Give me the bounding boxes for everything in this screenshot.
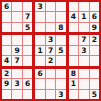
cell-r5c3-empty[interactable] [23,46,32,55]
cell-r3c2-empty[interactable] [12,23,21,32]
cell-r7c3-empty[interactable] [23,69,32,78]
cell-r6c7-empty[interactable] [69,56,78,65]
cell-r1c3-empty[interactable] [23,2,32,11]
cell-r2c5-empty[interactable] [46,12,55,21]
cell-r9c6-given: 3 [56,90,65,99]
cell-r1c1-given: 6 [2,2,11,11]
cell-r8c8-empty[interactable] [79,79,88,88]
cell-r9c1-empty[interactable] [2,90,11,99]
cell-r8c4-empty[interactable] [35,79,44,88]
cell-r7c7-given: 8 [69,69,78,78]
cell-r3c4-empty[interactable] [35,23,44,32]
cell-r8c1-given: 9 [2,79,11,88]
cell-r6c3-empty[interactable] [23,56,32,65]
cell-r9c4-empty[interactable] [35,90,44,99]
cell-r3c9-given: 9 [90,23,99,32]
cell-r3c3-given: 5 [23,23,32,32]
cell-r2c7-given: 4 [69,12,78,21]
cell-r5c4-given: 1 [35,46,44,55]
cell-r9c7-empty[interactable] [69,90,78,99]
cell-r5c2-given: 9 [12,46,21,55]
box-2-0: 2936 [2,69,32,99]
cell-r3c8-empty[interactable] [79,23,88,32]
cell-r1c6-empty[interactable] [56,2,65,11]
cell-r6c1-given: 4 [2,56,11,65]
cell-r5c8-given: 3 [79,46,88,55]
cell-r3c7-empty[interactable] [69,23,78,32]
cell-r7c8-empty[interactable] [79,69,88,78]
cell-r7c6-empty[interactable] [56,69,65,78]
cell-r1c7-empty[interactable] [69,2,78,11]
cell-r3c6-given: 8 [56,23,65,32]
box-0-1: 38 [35,2,65,32]
box-2-2: 815 [69,69,99,99]
cell-r4c3-empty[interactable] [23,35,32,44]
box-2-1: 63 [35,69,65,99]
cell-r5c6-given: 5 [56,46,65,55]
cell-r7c9-empty[interactable] [90,69,99,78]
cell-r2c8-given: 1 [79,12,88,21]
cell-r2c9-given: 6 [90,12,99,21]
cell-r3c1-empty[interactable] [2,23,11,32]
cell-r3c5-empty[interactable] [46,23,55,32]
cell-r9c3-empty[interactable] [23,90,32,99]
cell-r9c9-given: 5 [90,90,99,99]
box-1-2: 723 [69,35,99,65]
cell-r8c5-empty[interactable] [46,79,55,88]
cell-r8c9-empty[interactable] [90,79,99,88]
cell-r2c2-empty[interactable] [12,12,21,21]
box-1-1: 31752 [35,35,65,65]
cell-r5c1-empty[interactable] [2,46,11,55]
box-1-0: 947 [2,35,32,65]
cell-r9c5-empty[interactable] [46,90,55,99]
cell-r8c3-given: 6 [23,79,32,88]
cell-r9c8-empty[interactable] [79,90,88,99]
cell-r1c2-empty[interactable] [12,2,21,11]
cell-r4c6-empty[interactable] [56,35,65,44]
cell-r4c8-given: 7 [79,35,88,44]
cell-r7c4-given: 6 [35,69,44,78]
cell-r5c9-empty[interactable] [90,46,99,55]
cell-r6c5-given: 2 [46,56,55,65]
cell-r9c2-empty[interactable] [12,90,21,99]
cell-r6c9-empty[interactable] [90,56,99,65]
cell-r8c2-given: 3 [12,79,21,88]
cell-r4c2-empty[interactable] [12,35,21,44]
cell-r7c5-empty[interactable] [46,69,55,78]
cell-r8c7-given: 1 [69,79,78,88]
cell-r4c7-empty[interactable] [69,35,78,44]
cell-r7c1-given: 2 [2,69,11,78]
cell-r1c9-empty[interactable] [90,2,99,11]
box-0-2: 4169 [69,2,99,32]
cell-r1c4-given: 3 [35,2,44,11]
cell-r4c1-empty[interactable] [2,35,11,44]
cell-r2c1-empty[interactable] [2,12,11,21]
cell-r6c4-empty[interactable] [35,56,44,65]
cell-r6c6-empty[interactable] [56,56,65,65]
box-0-0: 675 [2,2,32,32]
cell-r2c6-empty[interactable] [56,12,65,21]
cell-r4c5-given: 3 [46,35,55,44]
cell-r1c5-empty[interactable] [46,2,55,11]
cell-r5c7-empty[interactable] [69,46,78,55]
cell-r2c4-empty[interactable] [35,12,44,21]
cell-r5c5-given: 7 [46,46,55,55]
cell-r6c8-empty[interactable] [79,56,88,65]
cell-r1c8-empty[interactable] [79,2,88,11]
cell-r4c9-given: 2 [90,35,99,44]
cell-r7c2-empty[interactable] [12,69,21,78]
cell-r6c2-given: 7 [12,56,21,65]
cell-r4c4-empty[interactable] [35,35,44,44]
cell-r8c6-empty[interactable] [56,79,65,88]
sudoku-board: 67538416994731752723293663815 [0,0,101,101]
cell-r2c3-given: 7 [23,12,32,21]
